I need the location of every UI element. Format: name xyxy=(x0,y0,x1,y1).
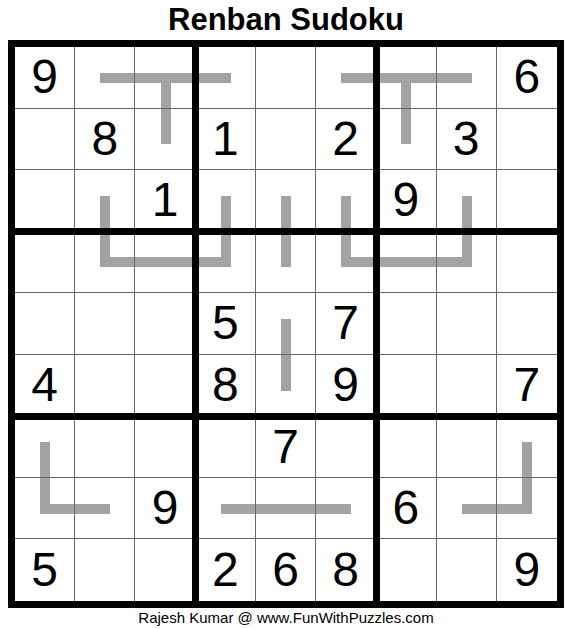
credit-text: Rajesh Kumar @ www.FunWithPuzzles.com xyxy=(0,606,572,629)
sudoku-board: 9681231957489779652689 xyxy=(8,40,564,608)
box-border-lines xyxy=(15,47,557,601)
box-separator-vertical xyxy=(373,47,380,601)
box-separator-vertical xyxy=(192,47,199,601)
puzzle-title: Renban Sudoku xyxy=(0,0,572,40)
box-separator-horizontal xyxy=(15,228,557,235)
box-separator-horizontal xyxy=(15,413,557,420)
